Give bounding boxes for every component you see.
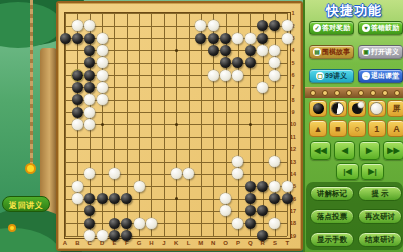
row-label: 17 <box>290 208 296 214</box>
stone-E16 <box>109 193 120 204</box>
stone-D8 <box>97 94 108 105</box>
row-label: 5 <box>291 60 294 66</box>
black-white-pair-tool-icon[interactable] <box>348 100 366 117</box>
quick-button-答错鼓励[interactable]: ♥答错鼓励 <box>358 21 403 35</box>
stone-A3 <box>60 33 71 44</box>
stone-C3 <box>84 33 95 44</box>
column-label: M <box>198 240 203 246</box>
stone-Q3 <box>245 33 256 44</box>
quick-button-99讲义[interactable]: ▢99讲义 <box>309 69 354 83</box>
check-icon: ✓ <box>313 24 321 32</box>
stone-D16 <box>97 193 108 204</box>
stone-K14 <box>171 168 182 179</box>
row-label: 10 <box>290 121 296 127</box>
column-label: Q <box>248 240 253 246</box>
stone-E19 <box>109 230 120 241</box>
column-label: L <box>187 240 191 246</box>
stone-Q5 <box>245 57 256 68</box>
stone-T2 <box>282 20 293 31</box>
half-black-white-stone-tool-icon-glyph <box>332 103 343 114</box>
stone-R7 <box>257 82 268 93</box>
rail-peg <box>370 90 376 96</box>
rail-peg <box>394 90 400 96</box>
stone-E18 <box>109 218 120 229</box>
stone-P3 <box>232 33 243 44</box>
hanging-rope <box>30 0 33 166</box>
quick-button-label: 答错鼓励 <box>371 23 399 33</box>
stone-D3 <box>97 33 108 44</box>
stone-B9 <box>72 107 83 118</box>
stone-C6 <box>84 70 95 81</box>
stone-B16 <box>72 193 83 204</box>
stone-M3 <box>195 33 206 44</box>
stone-Q4 <box>245 45 256 56</box>
white-stone-tool-icon[interactable] <box>368 100 386 117</box>
row-label: 4 <box>291 47 294 53</box>
column-label: J <box>162 240 165 246</box>
stone-S6 <box>269 70 280 81</box>
stone-B7 <box>72 82 83 93</box>
board-vline <box>189 13 190 235</box>
stone-D5 <box>97 57 108 68</box>
back-to-lecture-button[interactable]: 返回讲义 <box>2 196 50 212</box>
stone-P6 <box>232 70 243 81</box>
wooden-rail <box>305 87 403 98</box>
book-icon: ▤ <box>313 48 321 56</box>
rail-peg <box>334 90 340 96</box>
stone-C18 <box>84 218 95 229</box>
column-label: O <box>223 240 228 246</box>
rail-peg <box>358 90 364 96</box>
stone-C19 <box>84 230 95 241</box>
board-hline <box>65 149 287 150</box>
go-board[interactable]: ABCDEFGHJKLMNOPQRST123456789101112131415… <box>56 1 303 251</box>
row-label: 12 <box>290 146 296 152</box>
mark-tool-■[interactable]: ■ <box>329 120 347 137</box>
quick-button-label: 围棋故事 <box>322 47 350 57</box>
column-label: B <box>75 240 79 246</box>
quick-button-label: 99讲义 <box>325 71 347 81</box>
star-point <box>249 123 252 126</box>
column-label: T <box>285 240 289 246</box>
action-button-落点投票[interactable]: 落点投票 <box>310 209 354 224</box>
column-label: P <box>236 240 240 246</box>
black-stone-tool-icon[interactable] <box>309 100 327 117</box>
row-label: 14 <box>290 171 296 177</box>
board-hline <box>65 162 287 163</box>
stone-O4 <box>220 45 231 56</box>
stone-B3 <box>72 33 83 44</box>
panel-title: 快捷功能 <box>305 2 403 20</box>
rail-peg <box>322 90 328 96</box>
column-label: S <box>273 240 277 246</box>
quick-button-退出课堂[interactable]: →退出课堂 <box>358 69 403 83</box>
heart-icon: ♥ <box>362 24 370 32</box>
mark-tool-▲[interactable]: ▲ <box>309 120 327 137</box>
stone-R4 <box>257 45 268 56</box>
action-button-显示手数[interactable]: 显示手数 <box>310 232 354 247</box>
quick-button-打开讲义[interactable]: ▣打开讲义 <box>358 45 403 59</box>
nav-fast-forward-button[interactable]: ▶▶ <box>383 141 403 160</box>
column-label: H <box>149 240 153 246</box>
folder-icon: ▣ <box>362 48 370 56</box>
stone-N3 <box>208 33 219 44</box>
quick-button-答对奖励[interactable]: ✓答对奖励 <box>309 21 354 35</box>
stone-D6 <box>97 70 108 81</box>
quick-button-label: 退出课堂 <box>371 71 399 81</box>
action-button-再次研讨[interactable]: 再次研讨 <box>358 209 402 224</box>
action-button-讲解标记[interactable]: 讲解标记 <box>310 186 354 201</box>
white-stone-tool-icon-glyph <box>371 103 382 114</box>
grass-flower <box>8 224 16 232</box>
stone-F18 <box>121 218 132 229</box>
action-button-结束研讨[interactable]: 结束研讨 <box>358 232 402 247</box>
row-label: 18 <box>290 220 296 226</box>
stone-G15 <box>134 181 145 192</box>
stone-F19 <box>121 230 132 241</box>
star-point <box>175 49 178 52</box>
stone-G18 <box>134 218 145 229</box>
stone-D4 <box>97 45 108 56</box>
star-point <box>101 123 104 126</box>
stone-T16 <box>282 193 293 204</box>
screen-icon: ▢ <box>316 72 324 80</box>
app-window: 返回讲义 ABCDEFGHJKLMNOPQRST1234567891011121… <box>0 0 403 252</box>
stone-N4 <box>208 45 219 56</box>
mark-tool-A[interactable]: A <box>387 120 403 137</box>
nav-last-button[interactable]: ▶| <box>361 163 384 180</box>
action-button-提示[interactable]: 提 示 <box>358 186 402 201</box>
column-label: K <box>174 240 178 246</box>
stone-D7 <box>97 82 108 93</box>
stone-O3 <box>220 33 231 44</box>
stone-R19 <box>257 230 268 241</box>
board-vline <box>201 13 202 235</box>
rail-peg <box>310 90 316 96</box>
stone-D19 <box>97 230 108 241</box>
stone-T15 <box>282 181 293 192</box>
stone-H18 <box>146 218 157 229</box>
black-stone-tool-icon-glyph <box>313 103 324 114</box>
quick-function-panel: 快捷功能 ✓答对奖励♥答错鼓励▤围棋故事▣打开讲义▢99讲义→退出课堂 屏▲■○… <box>303 0 403 252</box>
rope-flower <box>25 163 36 174</box>
stone-N2 <box>208 20 219 31</box>
stone-T3 <box>282 33 293 44</box>
stone-C9 <box>84 107 95 118</box>
stone-R15 <box>257 181 268 192</box>
row-label: 7 <box>291 84 294 90</box>
exit-icon: → <box>362 72 370 80</box>
half-black-white-stone-tool-icon[interactable] <box>329 100 347 117</box>
stone-N6 <box>208 70 219 81</box>
black-white-pair-tool-icon-glyph <box>352 103 363 114</box>
stone-Q15 <box>245 181 256 192</box>
board-vline <box>238 13 239 235</box>
stone-C7 <box>84 82 95 93</box>
row-label: 8 <box>291 97 294 103</box>
rail-peg <box>382 90 388 96</box>
row-label: 9 <box>291 109 294 115</box>
board-hline <box>65 137 287 138</box>
column-label: G <box>137 240 142 246</box>
rail-peg <box>346 90 352 96</box>
row-label: 13 <box>290 159 296 165</box>
row-label: 19 <box>290 233 296 239</box>
stone-O6 <box>220 70 231 81</box>
stone-Q16 <box>245 193 256 204</box>
star-point <box>175 123 178 126</box>
quick-button-label: 打开讲义 <box>371 47 399 57</box>
nav-forward-button[interactable]: ▶ <box>359 141 380 160</box>
mark-tool-1[interactable]: 1 <box>368 120 386 137</box>
stone-B15 <box>72 181 83 192</box>
row-label: 1 <box>291 10 294 16</box>
row-label: 6 <box>291 72 294 78</box>
stone-B6 <box>72 70 83 81</box>
stone-B10 <box>72 119 83 130</box>
row-label: 11 <box>290 134 296 140</box>
stone-B2 <box>72 20 83 31</box>
screen-char-tool-icon[interactable]: 屏 <box>387 100 403 117</box>
quick-button-围棋故事[interactable]: ▤围棋故事 <box>309 45 354 59</box>
nav-back-button[interactable]: ◀ <box>334 141 355 160</box>
star-point <box>175 197 178 200</box>
quick-button-label: 答对奖励 <box>322 23 350 33</box>
column-label: N <box>211 240 215 246</box>
stone-C4 <box>84 45 95 56</box>
mark-tool-○[interactable]: ○ <box>348 120 366 137</box>
nav-fast-back-button[interactable]: ◀◀ <box>310 141 331 160</box>
nav-first-button[interactable]: |◀ <box>336 163 359 180</box>
column-label: A <box>63 240 67 246</box>
stone-R3 <box>257 33 268 44</box>
stone-Q18 <box>245 218 256 229</box>
